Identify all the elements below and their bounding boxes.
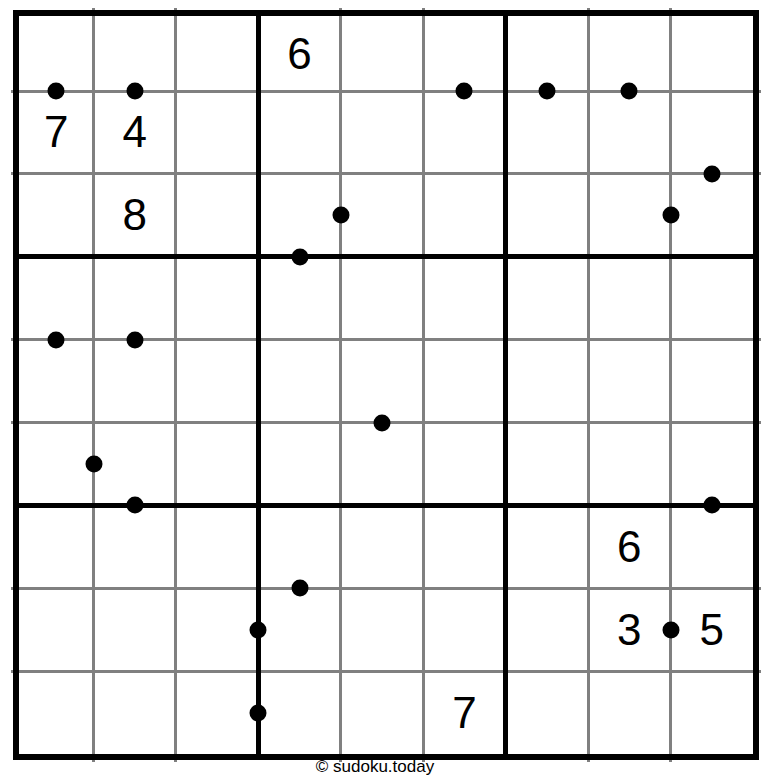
cell-r7c8[interactable]: 6 xyxy=(588,505,670,588)
given-digit: 7 xyxy=(452,691,476,735)
dot-r1c6-below xyxy=(456,83,473,100)
cell-r9c5[interactable] xyxy=(341,671,423,754)
copyright-text: © sudoku.today xyxy=(316,757,434,777)
cell-r7c3[interactable] xyxy=(176,505,258,588)
cell-r7c6[interactable] xyxy=(423,505,505,588)
cell-r4c6[interactable] xyxy=(423,257,505,340)
cell-r7c1[interactable] xyxy=(19,505,94,588)
cell-r5c9[interactable] xyxy=(671,340,753,423)
dot-r1c8-below xyxy=(621,83,638,100)
cell-r7c4[interactable] xyxy=(258,505,340,588)
cell-r1c3[interactable] xyxy=(176,16,258,91)
dot-r3c8-right xyxy=(662,207,679,224)
cell-r8c2[interactable] xyxy=(94,588,176,671)
cell-r4c1[interactable] xyxy=(19,257,94,340)
cell-r8c8[interactable]: 3 xyxy=(588,588,670,671)
box-border-h6 xyxy=(13,503,759,508)
given-digit: 5 xyxy=(700,608,724,652)
box-border-v6 xyxy=(503,10,508,760)
cell-r8c6[interactable] xyxy=(423,588,505,671)
cell-r3c6[interactable] xyxy=(423,174,505,257)
cell-r8c4[interactable] xyxy=(258,588,340,671)
cell-r3c1[interactable] xyxy=(19,174,94,257)
cell-r3c3[interactable] xyxy=(176,174,258,257)
grid-line-h1 xyxy=(11,90,761,93)
cell-r3c7[interactable] xyxy=(506,174,588,257)
cell-r4c7[interactable] xyxy=(506,257,588,340)
cell-r9c2[interactable] xyxy=(94,671,176,754)
given-digit: 7 xyxy=(44,110,68,154)
cell-r6c2[interactable] xyxy=(94,423,176,506)
cell-r6c1[interactable] xyxy=(19,423,94,506)
dot-r4c2-below xyxy=(126,331,143,348)
cell-r9c4[interactable] xyxy=(258,671,340,754)
cell-r6c4[interactable] xyxy=(258,423,340,506)
cell-r4c5[interactable] xyxy=(341,257,423,340)
cell-r4c9[interactable] xyxy=(671,257,753,340)
cell-r5c6[interactable] xyxy=(423,340,505,423)
given-digit: 6 xyxy=(617,525,641,569)
given-digit: 3 xyxy=(617,608,641,652)
cell-r2c4[interactable] xyxy=(258,91,340,174)
cell-r6c3[interactable] xyxy=(176,423,258,506)
dot-r1c1-below xyxy=(48,83,65,100)
cell-r9c6[interactable]: 7 xyxy=(423,671,505,754)
cell-r2c3[interactable] xyxy=(176,91,258,174)
cell-r4c2[interactable] xyxy=(94,257,176,340)
sudoku-board: 67486357 xyxy=(19,16,753,754)
cell-r4c3[interactable] xyxy=(176,257,258,340)
cell-r8c3[interactable] xyxy=(176,588,258,671)
cell-r3c9[interactable] xyxy=(671,174,753,257)
dot-r9c3-right xyxy=(250,704,267,721)
dot-r8c3-right xyxy=(250,621,267,638)
cell-r7c7[interactable] xyxy=(506,505,588,588)
grid-line-h8 xyxy=(11,670,761,673)
grid-line-v5 xyxy=(422,8,425,762)
cell-r6c8[interactable] xyxy=(588,423,670,506)
dot-r6c9-below xyxy=(703,497,720,514)
grid-line-v4 xyxy=(339,8,342,762)
dot-r3c4-below xyxy=(291,248,308,265)
cell-r2c7[interactable] xyxy=(506,91,588,174)
cell-r6c5[interactable] xyxy=(341,423,423,506)
cell-r2c9[interactable] xyxy=(671,91,753,174)
cell-r2c1[interactable]: 7 xyxy=(19,91,94,174)
cell-r2c8[interactable] xyxy=(588,91,670,174)
dot-r5c5-below xyxy=(374,414,391,431)
cell-r9c9[interactable] xyxy=(671,671,753,754)
cell-r1c5[interactable] xyxy=(341,16,423,91)
cell-r3c2[interactable]: 8 xyxy=(94,174,176,257)
grid-line-v1 xyxy=(92,8,95,762)
cell-r1c7[interactable] xyxy=(506,16,588,91)
grid-line-v2 xyxy=(174,8,177,762)
cell-r9c3[interactable] xyxy=(176,671,258,754)
cell-r9c7[interactable] xyxy=(506,671,588,754)
box-border-h3 xyxy=(13,254,759,259)
cell-r7c9[interactable] xyxy=(671,505,753,588)
cell-r5c7[interactable] xyxy=(506,340,588,423)
cell-r7c5[interactable] xyxy=(341,505,423,588)
cell-r5c2[interactable] xyxy=(94,340,176,423)
cell-r1c6[interactable] xyxy=(423,16,505,91)
cell-r6c7[interactable] xyxy=(506,423,588,506)
box-border-v3 xyxy=(256,10,261,760)
cell-r1c2[interactable] xyxy=(94,16,176,91)
dot-r1c7-below xyxy=(538,83,555,100)
cell-r8c7[interactable] xyxy=(506,588,588,671)
cell-r3c4[interactable] xyxy=(258,174,340,257)
cells-grid: 67486357 xyxy=(19,16,753,754)
dot-r4c1-below xyxy=(48,331,65,348)
dot-r3c4-right xyxy=(332,207,349,224)
cell-r8c5[interactable] xyxy=(341,588,423,671)
cell-r1c8[interactable] xyxy=(588,16,670,91)
cell-r1c9[interactable] xyxy=(671,16,753,91)
cell-r3c8[interactable] xyxy=(588,174,670,257)
cell-r5c3[interactable] xyxy=(176,340,258,423)
given-digit: 4 xyxy=(122,110,146,154)
given-digit: 8 xyxy=(122,193,146,237)
cell-r4c4[interactable] xyxy=(258,257,340,340)
cell-r2c5[interactable] xyxy=(341,91,423,174)
cell-r5c8[interactable] xyxy=(588,340,670,423)
cell-r4c8[interactable] xyxy=(588,257,670,340)
cell-r5c5[interactable] xyxy=(341,340,423,423)
cell-r5c4[interactable] xyxy=(258,340,340,423)
cell-r6c9[interactable] xyxy=(671,423,753,506)
dot-r1c2-below xyxy=(126,83,143,100)
dot-r7c4-below xyxy=(291,580,308,597)
cell-r1c1[interactable] xyxy=(19,16,94,91)
cell-r2c6[interactable] xyxy=(423,91,505,174)
cell-r9c1[interactable] xyxy=(19,671,94,754)
cell-r9c8[interactable] xyxy=(588,671,670,754)
dot-r6c2-below xyxy=(126,497,143,514)
grid-line-v7 xyxy=(587,8,590,762)
cell-r7c2[interactable] xyxy=(94,505,176,588)
dot-r6c1-right xyxy=(85,455,102,472)
cell-r8c1[interactable] xyxy=(19,588,94,671)
cell-r3c5[interactable] xyxy=(341,174,423,257)
given-digit: 6 xyxy=(287,32,311,76)
grid-line-h7 xyxy=(11,587,761,590)
grid-line-h2 xyxy=(11,172,761,175)
cell-r1c4[interactable]: 6 xyxy=(258,16,340,91)
cell-r2c2[interactable]: 4 xyxy=(94,91,176,174)
dot-r2c9-below xyxy=(703,165,720,182)
cell-r8c9[interactable]: 5 xyxy=(671,588,753,671)
grid-line-h4 xyxy=(11,338,761,341)
grid-line-v8 xyxy=(669,8,672,762)
cell-r5c1[interactable] xyxy=(19,340,94,423)
dot-r8c8-right xyxy=(662,621,679,638)
cell-r6c6[interactable] xyxy=(423,423,505,506)
